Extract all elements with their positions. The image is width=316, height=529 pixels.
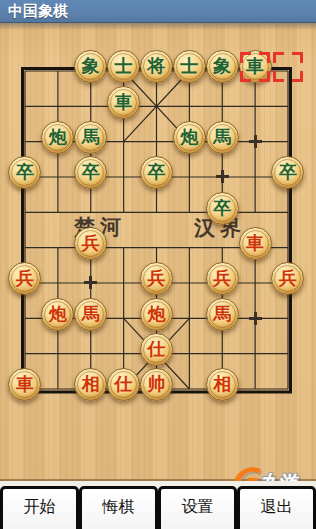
piece-glyph: 士: [115, 57, 133, 76]
settings-button[interactable]: 设置: [158, 486, 237, 529]
marker-corner: [292, 52, 303, 63]
star-point-marker: [249, 135, 262, 148]
piece-glyph: 兵: [16, 269, 34, 288]
board-area: 楚河 汉界 象士将士象車車炮馬炮馬卒卒卒卒卒兵車兵兵兵兵炮馬炮馬仕車相仕帅相 G…: [0, 23, 316, 481]
piece-black-soldier[interactable]: 卒: [74, 156, 107, 189]
piece-black-soldier[interactable]: 卒: [271, 156, 304, 189]
piece-glyph: 象: [82, 57, 100, 76]
marker-corner: [292, 71, 303, 82]
piece-red-general[interactable]: 帅: [140, 368, 173, 401]
piece-glyph: 兵: [82, 234, 100, 253]
star-point-marker: [216, 170, 229, 183]
piece-black-advisor[interactable]: 士: [107, 50, 140, 83]
marker-corner: [240, 52, 251, 63]
piece-red-advisor[interactable]: 仕: [107, 368, 140, 401]
piece-glyph: 相: [82, 375, 100, 394]
last-move-marker-from: [273, 52, 303, 82]
app-title: 中国象棋: [0, 0, 316, 22]
bottom-toolbar: 开始 悔棋 设置 退出: [0, 481, 316, 529]
piece-red-soldier[interactable]: 兵: [271, 262, 304, 295]
marker-corner: [273, 52, 284, 63]
piece-red-elephant[interactable]: 相: [206, 368, 239, 401]
piece-glyph: 炮: [147, 305, 165, 324]
piece-red-cannon[interactable]: 炮: [41, 298, 74, 331]
piece-glyph: 炮: [49, 128, 67, 147]
piece-red-advisor[interactable]: 仕: [140, 333, 173, 366]
marker-corner: [240, 71, 251, 82]
piece-black-chariot[interactable]: 車: [107, 86, 140, 119]
exit-button[interactable]: 退出: [237, 486, 316, 529]
piece-glyph: 兵: [279, 269, 297, 288]
piece-glyph: 馬: [213, 128, 231, 147]
piece-red-horse[interactable]: 馬: [74, 298, 107, 331]
piece-glyph: 卒: [147, 163, 165, 182]
piece-glyph: 馬: [82, 305, 100, 324]
piece-red-horse[interactable]: 馬: [206, 298, 239, 331]
piece-red-soldier[interactable]: 兵: [8, 262, 41, 295]
piece-glyph: 卒: [82, 163, 100, 182]
piece-glyph: 卒: [279, 163, 297, 182]
piece-black-horse[interactable]: 馬: [74, 121, 107, 154]
marker-corner: [273, 71, 284, 82]
piece-glyph: 馬: [82, 128, 100, 147]
piece-black-advisor[interactable]: 士: [173, 50, 206, 83]
title-bar: 中国象棋: [0, 0, 316, 23]
piece-glyph: 帅: [147, 375, 165, 394]
piece-glyph: 車: [115, 93, 133, 112]
piece-black-horse[interactable]: 馬: [206, 121, 239, 154]
piece-red-cannon[interactable]: 炮: [140, 298, 173, 331]
piece-glyph: 車: [16, 375, 34, 394]
piece-black-cannon[interactable]: 炮: [41, 121, 74, 154]
piece-glyph: 相: [213, 375, 231, 394]
piece-glyph: 将: [147, 57, 165, 76]
piece-red-chariot[interactable]: 車: [8, 368, 41, 401]
star-point-marker: [249, 312, 262, 325]
marker-corner: [259, 71, 270, 82]
piece-black-elephant[interactable]: 象: [74, 50, 107, 83]
board: 象士将士象車車炮馬炮馬卒卒卒卒卒兵車兵兵兵兵炮馬炮馬仕車相仕帅相: [9, 53, 305, 406]
piece-red-soldier[interactable]: 兵: [74, 227, 107, 260]
piece-glyph: 象: [213, 57, 231, 76]
piece-red-soldier[interactable]: 兵: [140, 262, 173, 295]
piece-glyph: 兵: [147, 269, 165, 288]
piece-black-soldier[interactable]: 卒: [140, 156, 173, 189]
app-window: 中国象棋: [0, 0, 316, 529]
piece-red-elephant[interactable]: 相: [74, 368, 107, 401]
start-button[interactable]: 开始: [0, 486, 79, 529]
piece-black-elephant[interactable]: 象: [206, 50, 239, 83]
last-move-marker-to: [240, 52, 270, 82]
piece-black-cannon[interactable]: 炮: [173, 121, 206, 154]
piece-glyph: 卒: [213, 199, 231, 218]
piece-glyph: 兵: [213, 269, 231, 288]
piece-red-chariot[interactable]: 車: [239, 227, 272, 260]
piece-glyph: 車: [246, 234, 264, 253]
piece-glyph: 炮: [49, 305, 67, 324]
piece-black-soldier[interactable]: 卒: [8, 156, 41, 189]
piece-glyph: 卒: [16, 163, 34, 182]
star-point-marker: [84, 276, 97, 289]
undo-button[interactable]: 悔棋: [79, 486, 158, 529]
piece-glyph: 馬: [213, 305, 231, 324]
marker-corner: [259, 52, 270, 63]
piece-glyph: 仕: [147, 340, 165, 359]
piece-black-soldier[interactable]: 卒: [206, 192, 239, 225]
piece-glyph: 仕: [115, 375, 133, 394]
piece-red-soldier[interactable]: 兵: [206, 262, 239, 295]
piece-glyph: 炮: [180, 128, 198, 147]
piece-glyph: 士: [180, 57, 198, 76]
piece-black-general[interactable]: 将: [140, 50, 173, 83]
